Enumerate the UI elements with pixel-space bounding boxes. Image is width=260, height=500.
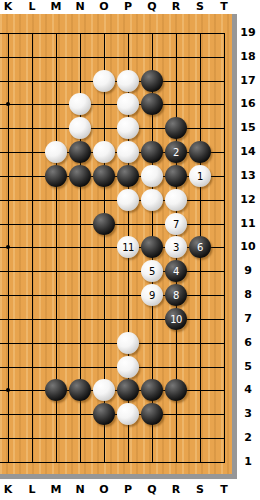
go-app-board-panel: 2171136549810 KKLLMMNNOOPPQQRRSSTT191817… — [0, 0, 260, 500]
move-number-label: 6 — [197, 242, 203, 253]
column-label-top-m: M — [44, 0, 68, 14]
grid-line-col-l — [32, 33, 33, 463]
row-label-5: 5 — [237, 357, 259, 377]
row-label-14: 14 — [237, 142, 259, 162]
grid-line-row-7 — [0, 319, 225, 320]
stone-white-m14[interactable] — [45, 141, 67, 163]
grid-line-row-16 — [0, 104, 225, 105]
move-number-label: 11 — [122, 242, 134, 253]
grid-line-row-19 — [0, 33, 225, 34]
column-label-bottom-p: P — [116, 479, 140, 500]
column-label-top-k: K — [0, 0, 20, 14]
stone-black-o3[interactable] — [93, 403, 115, 425]
stone-white-r10-move-3[interactable]: 3 — [165, 236, 187, 258]
row-label-10: 10 — [237, 237, 259, 257]
row-label-19: 19 — [237, 23, 259, 43]
stone-white-p17[interactable] — [117, 70, 139, 92]
stone-white-n15[interactable] — [69, 117, 91, 139]
column-label-bottom-l: L — [20, 479, 44, 500]
row-label-11: 11 — [237, 214, 259, 234]
stone-black-n13[interactable] — [69, 165, 91, 187]
star-point-k10 — [6, 245, 10, 249]
grid-line-row-9 — [0, 271, 225, 272]
grid-line-row-18 — [0, 57, 225, 58]
row-label-18: 18 — [237, 47, 259, 67]
stone-white-p6[interactable] — [117, 332, 139, 354]
stone-black-m13[interactable] — [45, 165, 67, 187]
column-label-top-r: R — [164, 0, 188, 14]
stone-black-p13[interactable] — [117, 165, 139, 187]
stone-black-q4[interactable] — [141, 379, 163, 401]
grid-line-row-6 — [0, 343, 225, 344]
column-label-bottom-o: O — [92, 479, 116, 500]
stone-white-o14[interactable] — [93, 141, 115, 163]
column-label-top-l: L — [20, 0, 44, 14]
move-number-label: 2 — [173, 147, 179, 158]
column-label-bottom-s: S — [188, 479, 212, 500]
star-point-k16 — [6, 102, 10, 106]
stone-black-r4[interactable] — [165, 379, 187, 401]
stone-white-s13-move-1[interactable]: 1 — [189, 165, 211, 187]
stone-black-r9-move-4[interactable]: 4 — [165, 260, 187, 282]
move-number-label: 8 — [173, 290, 179, 301]
stone-white-r12[interactable] — [165, 189, 187, 211]
grid-line-row-5 — [0, 367, 225, 368]
stone-black-r13[interactable] — [165, 165, 187, 187]
grid-line-row-8 — [0, 295, 225, 296]
stone-black-m4[interactable] — [45, 379, 67, 401]
stone-black-n4[interactable] — [69, 379, 91, 401]
stone-black-q14[interactable] — [141, 141, 163, 163]
move-number-label: 10 — [170, 314, 182, 325]
column-label-bottom-k: K — [0, 479, 20, 500]
stone-white-n16[interactable] — [69, 93, 91, 115]
row-label-16: 16 — [237, 94, 259, 114]
column-label-bottom-n: N — [68, 479, 92, 500]
grid-line-row-15 — [0, 128, 225, 129]
column-label-top-s: S — [188, 0, 212, 14]
stone-black-q3[interactable] — [141, 403, 163, 425]
row-label-2: 2 — [237, 428, 259, 448]
move-number-label: 9 — [149, 290, 155, 301]
row-label-12: 12 — [237, 190, 259, 210]
column-label-top-n: N — [68, 0, 92, 14]
grid-line-row-1 — [0, 462, 225, 463]
row-label-8: 8 — [237, 285, 259, 305]
stone-white-p12[interactable] — [117, 189, 139, 211]
row-label-15: 15 — [237, 118, 259, 138]
row-label-6: 6 — [237, 333, 259, 353]
stone-white-r11-move-7[interactable]: 7 — [165, 213, 187, 235]
stone-black-q17[interactable] — [141, 70, 163, 92]
star-point-k4 — [6, 388, 10, 392]
stone-white-p14[interactable] — [117, 141, 139, 163]
stone-white-o4[interactable] — [93, 379, 115, 401]
row-label-13: 13 — [237, 166, 259, 186]
column-label-top-t: T — [212, 0, 236, 14]
column-label-bottom-r: R — [164, 479, 188, 500]
grid-line-row-2 — [0, 438, 225, 439]
stone-white-p10-move-11[interactable]: 11 — [117, 236, 139, 258]
stone-black-r7-move-10[interactable]: 10 — [165, 308, 187, 330]
row-label-1: 1 — [237, 452, 259, 472]
go-board[interactable]: 2171136549810 — [0, 14, 232, 474]
stone-black-p4[interactable] — [117, 379, 139, 401]
stone-black-s14[interactable] — [189, 141, 211, 163]
stone-black-r15[interactable] — [165, 117, 187, 139]
stone-black-q10[interactable] — [141, 236, 163, 258]
row-label-3: 3 — [237, 404, 259, 424]
stone-black-o11[interactable] — [93, 213, 115, 235]
stone-white-q8-move-9[interactable]: 9 — [141, 284, 163, 306]
move-number-label: 1 — [197, 171, 203, 182]
stone-black-r8-move-8[interactable]: 8 — [165, 284, 187, 306]
stone-black-s10-move-6[interactable]: 6 — [189, 236, 211, 258]
column-label-top-o: O — [92, 0, 116, 14]
stone-white-p3[interactable] — [117, 403, 139, 425]
stone-white-q9-move-5[interactable]: 5 — [141, 260, 163, 282]
stone-white-o17[interactable] — [93, 70, 115, 92]
stone-black-r14-move-2[interactable]: 2 — [165, 141, 187, 163]
move-number-label: 4 — [173, 266, 179, 277]
grid-line-col-t — [224, 33, 225, 463]
row-label-4: 4 — [237, 380, 259, 400]
stone-black-o13[interactable] — [93, 165, 115, 187]
grid-line-row-12 — [0, 200, 225, 201]
stone-white-q13[interactable] — [141, 165, 163, 187]
stone-white-p15[interactable] — [117, 117, 139, 139]
row-label-7: 7 — [237, 309, 259, 329]
stone-white-q12[interactable] — [141, 189, 163, 211]
stone-black-q16[interactable] — [141, 93, 163, 115]
column-label-top-p: P — [116, 0, 140, 14]
stone-white-p16[interactable] — [117, 93, 139, 115]
move-number-label: 3 — [173, 242, 179, 253]
stone-white-p5[interactable] — [117, 356, 139, 378]
column-label-bottom-t: T — [212, 479, 236, 500]
move-number-label: 5 — [149, 266, 155, 277]
row-label-17: 17 — [237, 71, 259, 91]
column-label-bottom-q: Q — [140, 479, 164, 500]
move-number-label: 7 — [173, 219, 179, 230]
column-label-bottom-m: M — [44, 479, 68, 500]
row-label-9: 9 — [237, 261, 259, 281]
stone-black-n14[interactable] — [69, 141, 91, 163]
column-label-top-q: Q — [140, 0, 164, 14]
